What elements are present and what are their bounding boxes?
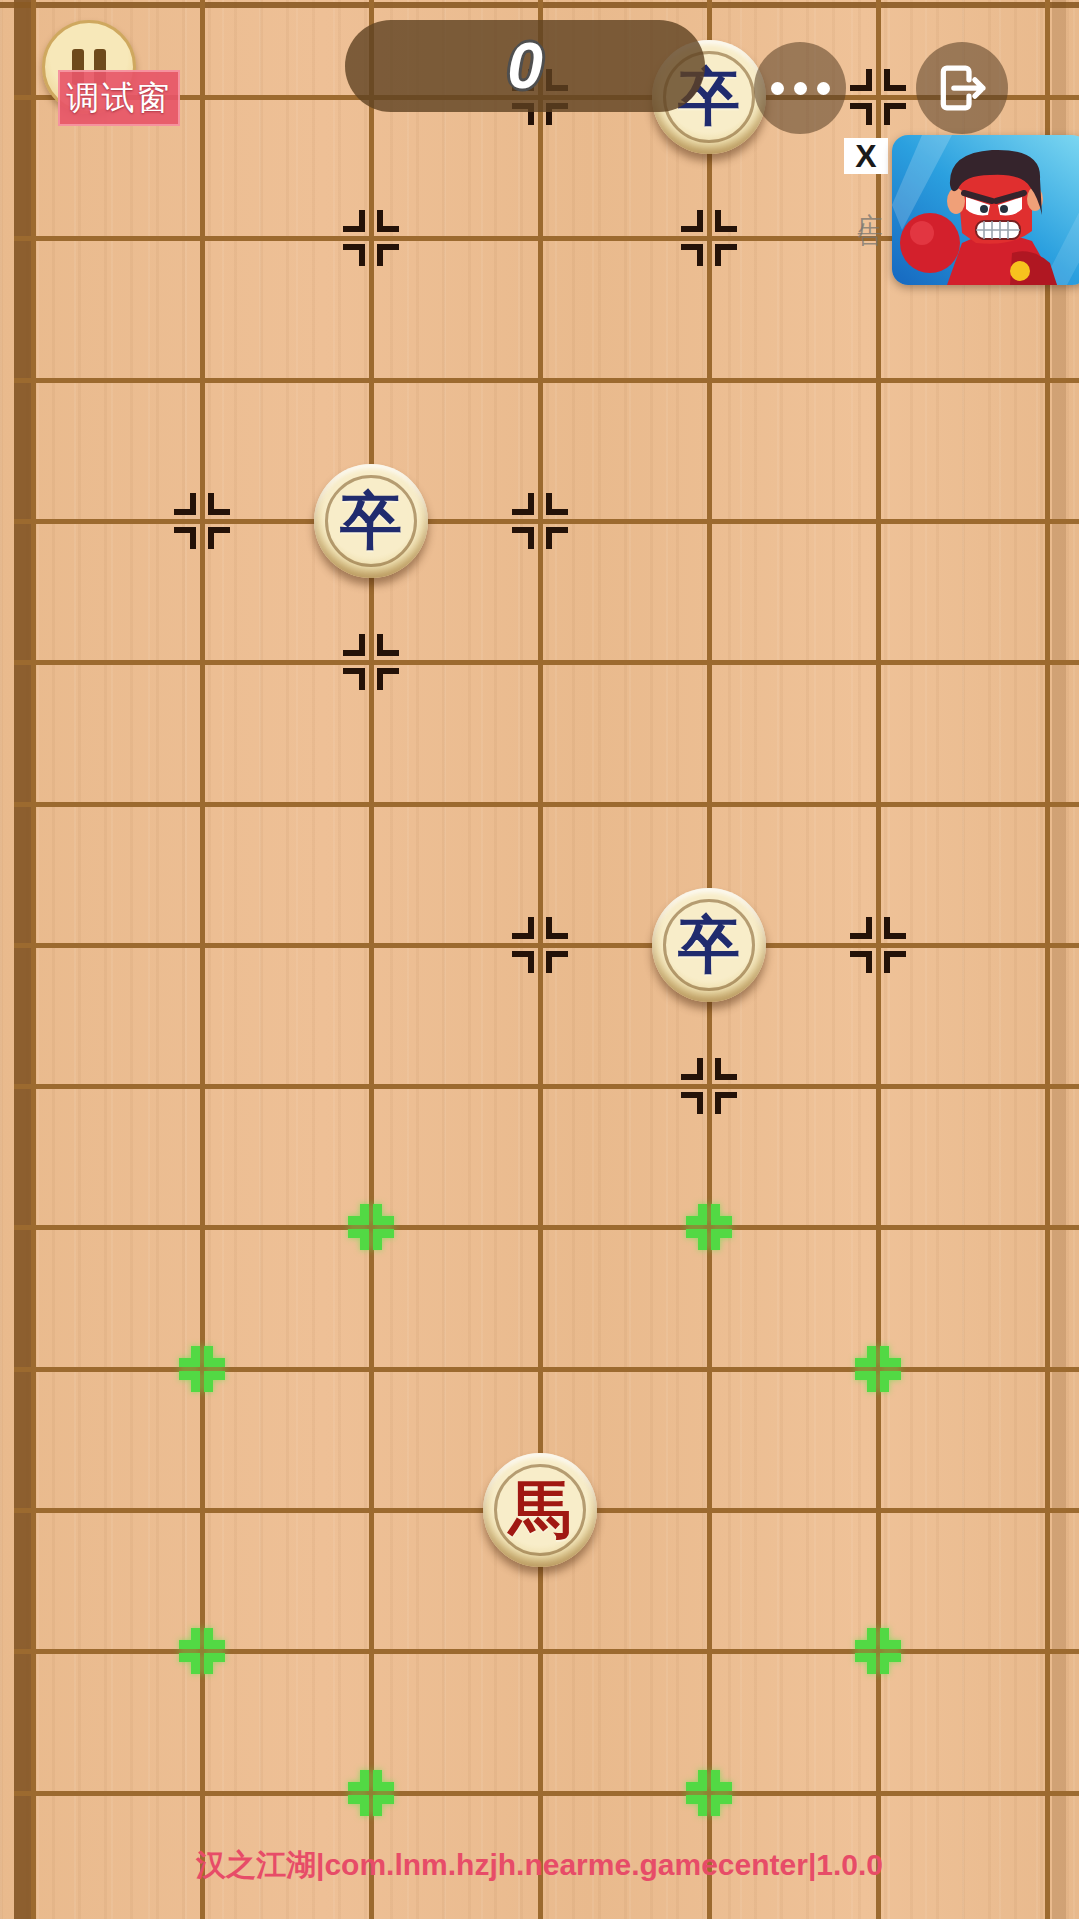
point-marker — [343, 634, 399, 690]
piece-glyph: 卒 — [652, 888, 766, 1002]
board-right-shade — [1052, 0, 1066, 1919]
piece-black-soldier[interactable]: 卒 — [314, 464, 428, 578]
grid-horizontal-line — [14, 1791, 1079, 1796]
grid-horizontal-line — [14, 802, 1079, 807]
score-value: 0 — [345, 20, 705, 112]
ad-close-button[interactable]: X — [844, 138, 888, 174]
move-hint-marker[interactable] — [686, 1770, 732, 1816]
point-marker — [681, 1058, 737, 1114]
piece-glyph: 卒 — [314, 464, 428, 578]
grid-vertical-line — [1045, 0, 1050, 1919]
move-hint-marker[interactable] — [855, 1628, 901, 1674]
ad-banner[interactable] — [892, 135, 1079, 285]
move-hint-marker[interactable] — [179, 1628, 225, 1674]
move-hint-marker[interactable] — [348, 1770, 394, 1816]
grid-horizontal-line — [14, 1084, 1079, 1089]
app-package-text: 汉之江湖|com.lnm.hzjh.nearme.gamecenter|1.0.… — [0, 1845, 1079, 1886]
point-marker — [512, 917, 568, 973]
game-screen: 卒卒卒馬 调试窗 0 X 广告 — [0, 0, 1079, 1919]
point-marker — [174, 493, 230, 549]
piece-glyph: 馬 — [483, 1453, 597, 1567]
more-button[interactable] — [754, 42, 846, 134]
point-marker — [850, 917, 906, 973]
grid-horizontal-line — [14, 660, 1079, 665]
move-hint-marker[interactable] — [855, 1346, 901, 1392]
move-hint-marker[interactable] — [686, 1204, 732, 1250]
point-marker — [850, 69, 906, 125]
move-hint-marker[interactable] — [179, 1346, 225, 1392]
grid-horizontal-line — [14, 1225, 1079, 1230]
debug-window-label: 调试窗 — [58, 70, 180, 126]
three-dots-icon — [771, 82, 830, 95]
point-marker — [343, 210, 399, 266]
exit-icon — [934, 60, 990, 116]
exit-button[interactable] — [916, 42, 1008, 134]
move-hint-marker[interactable] — [348, 1204, 394, 1250]
score-pill: 0 — [345, 20, 705, 112]
piece-red-horse[interactable]: 馬 — [483, 1453, 597, 1567]
point-marker — [681, 210, 737, 266]
ad-watermark-label: 广告 — [854, 192, 887, 210]
superhero-ad-image — [892, 135, 1079, 285]
point-marker — [512, 493, 568, 549]
grid-horizontal-line — [14, 1367, 1079, 1372]
grid-horizontal-line — [14, 1649, 1079, 1654]
grid-vertical-line — [369, 0, 374, 1919]
grid-horizontal-line — [14, 378, 1079, 383]
piece-black-soldier[interactable]: 卒 — [652, 888, 766, 1002]
grid-vertical-line — [31, 0, 36, 1919]
